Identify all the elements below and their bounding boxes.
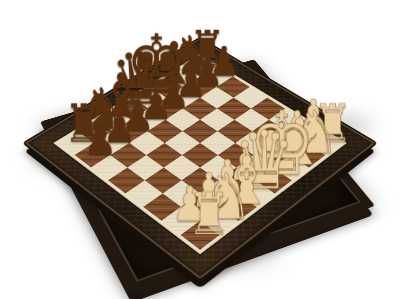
piece-white-rook-a1: ♜ [170, 185, 245, 243]
piece-black-pawn-a7: ♟ [65, 117, 134, 162]
chess-board: ♜♞♝♛♚♝♞♜♟♟♟♟♟♟♟♟♟♟♟♟♟♟♟♟♜♞♝♛♚♝♞♜ [21, 36, 377, 281]
square-a1: ♜ [180, 220, 219, 249]
product-photo-scene: ♜♞♝♛♚♝♞♜♟♟♟♟♟♟♟♟♟♟♟♟♟♟♟♟♜♞♝♛♚♝♞♜ [0, 0, 399, 299]
board-frame: ♜♞♝♛♚♝♞♜♟♟♟♟♟♟♟♟♟♟♟♟♟♟♟♟♜♞♝♛♚♝♞♜ [21, 36, 377, 281]
square-a7: ♟ [74, 143, 110, 168]
board-field: ♜♞♝♛♚♝♞♜♟♟♟♟♟♟♟♟♟♟♟♟♟♟♟♟♜♞♝♛♚♝♞♜ [52, 53, 346, 254]
chess-set: ♜♞♝♛♚♝♞♜♟♟♟♟♟♟♟♟♟♟♟♟♟♟♟♟♜♞♝♛♚♝♞♜ [60, 65, 338, 237]
board-grid: ♜♞♝♛♚♝♞♜♟♟♟♟♟♟♟♟♟♟♟♟♟♟♟♟♜♞♝♛♚♝♞♜ [58, 56, 341, 249]
